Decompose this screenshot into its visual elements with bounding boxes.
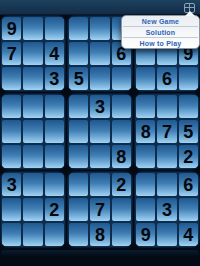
- cell-r6c1[interactable]: [2, 145, 21, 168]
- cell-r3c8[interactable]: 6: [157, 67, 176, 90]
- board: 97436596388752322786394: [1, 16, 199, 247]
- cell-r7c7[interactable]: [136, 173, 155, 196]
- cell-r4c2[interactable]: [23, 95, 42, 118]
- cell-r9c1[interactable]: [2, 223, 21, 246]
- cell-r1c2[interactable]: [23, 17, 42, 40]
- menu-item-new-game[interactable]: New Game: [122, 16, 199, 26]
- cell-r5c4[interactable]: [69, 120, 88, 143]
- cell-r8c3[interactable]: 2: [45, 198, 64, 221]
- cell-r4c1[interactable]: [2, 95, 21, 118]
- block-7: 32: [1, 172, 65, 247]
- cell-r6c9[interactable]: 2: [179, 145, 198, 168]
- cell-r7c1[interactable]: 3: [2, 173, 21, 196]
- cell-r6c8[interactable]: [157, 145, 176, 168]
- popover-arrow-icon: [185, 11, 195, 16]
- cell-r4c4[interactable]: [69, 95, 88, 118]
- cell-r8c1[interactable]: [2, 198, 21, 221]
- cell-r4c9[interactable]: [179, 95, 198, 118]
- cell-r7c2[interactable]: [23, 173, 42, 196]
- popover-menu: New Game Solution How to Play: [121, 15, 200, 49]
- cell-r7c5[interactable]: [90, 173, 109, 196]
- cell-r3c3[interactable]: 3: [45, 67, 64, 90]
- cell-r3c6[interactable]: [112, 67, 131, 90]
- cell-r7c8[interactable]: [157, 173, 176, 196]
- cell-r8c7[interactable]: [136, 198, 155, 221]
- cell-r1c5[interactable]: [90, 17, 109, 40]
- cell-r6c3[interactable]: [45, 145, 64, 168]
- cell-r9c9[interactable]: 4: [179, 223, 198, 246]
- cell-r8c8[interactable]: 3: [157, 198, 176, 221]
- menu-item-solution[interactable]: Solution: [122, 27, 199, 37]
- cell-r1c3[interactable]: [45, 17, 64, 40]
- cell-r3c2[interactable]: [23, 67, 42, 90]
- cell-r6c5[interactable]: [90, 145, 109, 168]
- cell-r8c9[interactable]: [179, 198, 198, 221]
- cell-r5c8[interactable]: 7: [157, 120, 176, 143]
- cell-r7c4[interactable]: [69, 173, 88, 196]
- cell-r3c4[interactable]: 5: [69, 67, 88, 90]
- block-5: 38: [68, 94, 132, 169]
- block-4: [1, 94, 65, 169]
- cell-r5c2[interactable]: [23, 120, 42, 143]
- app-screen: 97436596388752322786394 New Game Solutio…: [0, 0, 200, 266]
- cell-r5c7[interactable]: 8: [136, 120, 155, 143]
- cell-r2c2[interactable]: [23, 42, 42, 65]
- cell-r5c9[interactable]: 5: [179, 120, 198, 143]
- cell-r3c7[interactable]: [136, 67, 155, 90]
- cell-r6c4[interactable]: [69, 145, 88, 168]
- cell-r9c5[interactable]: 8: [90, 223, 109, 246]
- cell-r6c7[interactable]: [136, 145, 155, 168]
- cell-r7c9[interactable]: 6: [179, 173, 198, 196]
- cell-r7c3[interactable]: [45, 173, 64, 196]
- cell-r2c4[interactable]: [69, 42, 88, 65]
- cell-r9c7[interactable]: 9: [136, 223, 155, 246]
- cell-r2c3[interactable]: 4: [45, 42, 64, 65]
- cell-r5c5[interactable]: [90, 120, 109, 143]
- cell-r8c5[interactable]: 7: [90, 198, 109, 221]
- cell-r5c6[interactable]: [112, 120, 131, 143]
- block-1: 9743: [1, 16, 65, 91]
- cell-r2c5[interactable]: [90, 42, 109, 65]
- cell-r9c2[interactable]: [23, 223, 42, 246]
- block-6: 8752: [135, 94, 199, 169]
- cell-r4c8[interactable]: [157, 95, 176, 118]
- cell-r9c3[interactable]: [45, 223, 64, 246]
- cell-r3c1[interactable]: [2, 67, 21, 90]
- cell-r7c6[interactable]: 2: [112, 173, 131, 196]
- cell-r1c4[interactable]: [69, 17, 88, 40]
- cell-r6c2[interactable]: [23, 145, 42, 168]
- cell-r5c3[interactable]: [45, 120, 64, 143]
- cell-r9c8[interactable]: [157, 223, 176, 246]
- cell-r6c6[interactable]: 8: [112, 145, 131, 168]
- cell-r8c2[interactable]: [23, 198, 42, 221]
- cell-r4c6[interactable]: [112, 95, 131, 118]
- cell-r9c4[interactable]: [69, 223, 88, 246]
- cell-r1c1[interactable]: 9: [2, 17, 21, 40]
- cell-r2c1[interactable]: 7: [2, 42, 21, 65]
- cell-r4c7[interactable]: [136, 95, 155, 118]
- board-reflection: [1, 250, 199, 257]
- cell-r9c6[interactable]: [112, 223, 131, 246]
- cell-r3c9[interactable]: [179, 67, 198, 90]
- menu-item-how-to-play[interactable]: How to Play: [122, 38, 199, 48]
- block-9: 6394: [135, 172, 199, 247]
- cell-r3c5[interactable]: [90, 67, 109, 90]
- top-bar: [0, 0, 200, 15]
- cell-r8c6[interactable]: [112, 198, 131, 221]
- cell-r5c1[interactable]: [2, 120, 21, 143]
- block-8: 278: [68, 172, 132, 247]
- cell-r4c5[interactable]: 3: [90, 95, 109, 118]
- cell-r8c4[interactable]: [69, 198, 88, 221]
- cell-r4c3[interactable]: [45, 95, 64, 118]
